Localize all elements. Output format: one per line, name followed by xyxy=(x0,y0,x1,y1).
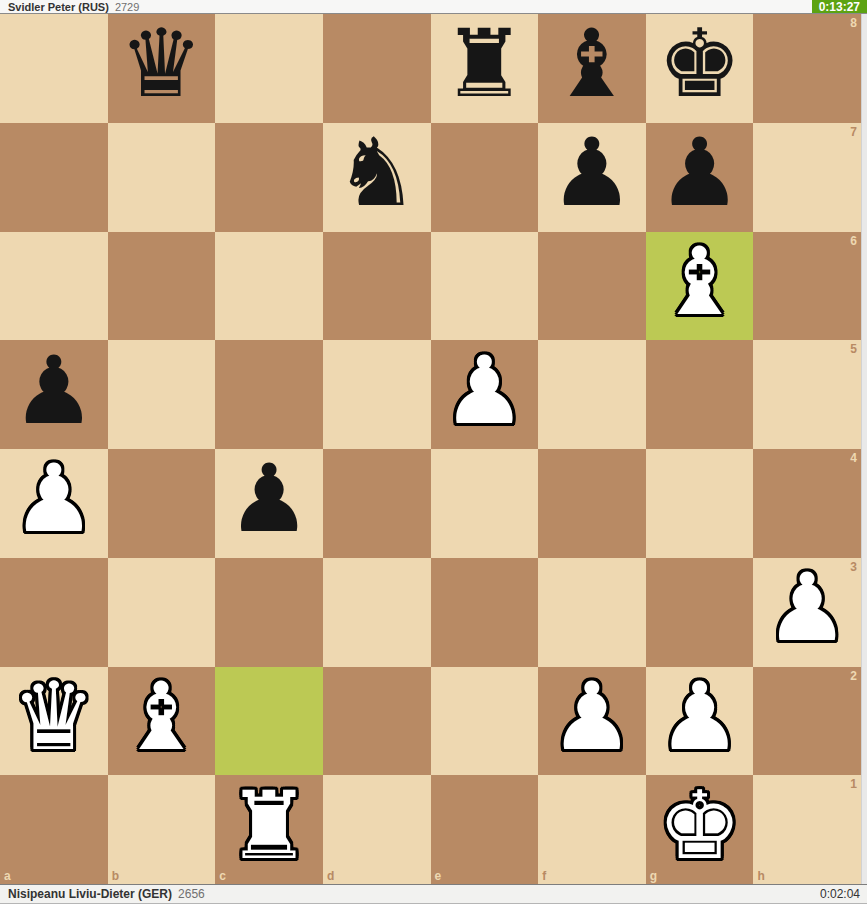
white-pawn[interactable]: ♟ xyxy=(657,670,741,764)
square-c2[interactable] xyxy=(215,667,323,776)
top-player-name: Svidler Peter (RUS) xyxy=(0,1,109,13)
square-g2[interactable]: ♟ xyxy=(646,667,754,776)
file-label-a: a xyxy=(4,870,11,882)
square-h6[interactable]: 6 xyxy=(753,232,861,341)
square-b1[interactable]: b xyxy=(108,775,216,884)
square-h4[interactable]: 4 xyxy=(753,449,861,558)
rank-label-6: 6 xyxy=(850,235,857,247)
square-e2[interactable] xyxy=(431,667,539,776)
square-d3[interactable] xyxy=(323,558,431,667)
square-c3[interactable] xyxy=(215,558,323,667)
white-bishop[interactable]: ♝ xyxy=(119,670,203,764)
square-b3[interactable] xyxy=(108,558,216,667)
square-c6[interactable] xyxy=(215,232,323,341)
square-e4[interactable] xyxy=(431,449,539,558)
rank-label-5: 5 xyxy=(850,343,857,355)
top-player-bar: Svidler Peter (RUS) 2729 0:13:27 xyxy=(0,0,867,14)
square-f2[interactable]: ♟ xyxy=(538,667,646,776)
square-a5[interactable]: ♟ xyxy=(0,340,108,449)
file-label-g: g xyxy=(650,870,657,882)
square-b5[interactable] xyxy=(108,340,216,449)
white-pawn[interactable]: ♟ xyxy=(765,561,849,655)
black-queen[interactable]: ♛ xyxy=(119,17,203,111)
square-f1[interactable]: f xyxy=(538,775,646,884)
square-g3[interactable] xyxy=(646,558,754,667)
black-king[interactable]: ♚ xyxy=(657,17,741,111)
white-rook[interactable]: ♜ xyxy=(227,779,311,873)
white-queen[interactable]: ♛ xyxy=(12,670,96,764)
square-a3[interactable] xyxy=(0,558,108,667)
square-e1[interactable]: e xyxy=(431,775,539,884)
white-king[interactable]: ♚ xyxy=(657,779,741,873)
top-player-rating: 2729 xyxy=(115,1,139,13)
square-e7[interactable] xyxy=(431,123,539,232)
bottom-player-name: Nisipeanu Liviu-Dieter (GER) xyxy=(0,887,172,901)
chess-board[interactable]: ♛♜♝♚8♞♟♟7♝6♟♟5♟♟4♟3♛♝♟♟2ab♜cdef♚g1h xyxy=(0,14,861,884)
square-h2[interactable]: 2 xyxy=(753,667,861,776)
board-area: ♛♜♝♚8♞♟♟7♝6♟♟5♟♟4♟3♛♝♟♟2ab♜cdef♚g1h xyxy=(0,14,867,884)
square-b8[interactable]: ♛ xyxy=(108,14,216,123)
rank-label-8: 8 xyxy=(850,17,857,29)
square-a2[interactable]: ♛ xyxy=(0,667,108,776)
square-d6[interactable] xyxy=(323,232,431,341)
file-label-h: h xyxy=(757,870,764,882)
square-g1[interactable]: ♚g xyxy=(646,775,754,884)
square-h7[interactable]: 7 xyxy=(753,123,861,232)
rank-label-3: 3 xyxy=(850,561,857,573)
file-label-f: f xyxy=(542,870,546,882)
square-g5[interactable] xyxy=(646,340,754,449)
square-b6[interactable] xyxy=(108,232,216,341)
black-pawn[interactable]: ♟ xyxy=(550,126,634,220)
black-pawn[interactable]: ♟ xyxy=(12,344,96,438)
file-label-b: b xyxy=(112,870,119,882)
black-bishop[interactable]: ♝ xyxy=(550,17,634,111)
rank-label-4: 4 xyxy=(850,452,857,464)
square-c7[interactable] xyxy=(215,123,323,232)
square-d8[interactable] xyxy=(323,14,431,123)
square-g4[interactable] xyxy=(646,449,754,558)
square-g8[interactable]: ♚ xyxy=(646,14,754,123)
rank-label-7: 7 xyxy=(850,126,857,138)
black-pawn[interactable]: ♟ xyxy=(227,452,311,546)
square-d5[interactable] xyxy=(323,340,431,449)
black-knight[interactable]: ♞ xyxy=(335,126,419,220)
square-f5[interactable] xyxy=(538,340,646,449)
bottom-player-clock: 0:02:04 xyxy=(813,885,867,903)
square-d2[interactable] xyxy=(323,667,431,776)
square-c1[interactable]: ♜c xyxy=(215,775,323,884)
bottom-player-bar: Nisipeanu Liviu-Dieter (GER) 2656 0:02:0… xyxy=(0,884,867,904)
square-g6[interactable]: ♝ xyxy=(646,232,754,341)
square-c5[interactable] xyxy=(215,340,323,449)
square-e6[interactable] xyxy=(431,232,539,341)
white-pawn[interactable]: ♟ xyxy=(442,344,526,438)
square-d4[interactable] xyxy=(323,449,431,558)
square-a4[interactable]: ♟ xyxy=(0,449,108,558)
square-f7[interactable]: ♟ xyxy=(538,123,646,232)
square-h5[interactable]: 5 xyxy=(753,340,861,449)
file-label-c: c xyxy=(219,870,226,882)
square-a8[interactable] xyxy=(0,14,108,123)
square-e3[interactable] xyxy=(431,558,539,667)
square-d7[interactable]: ♞ xyxy=(323,123,431,232)
white-bishop[interactable]: ♝ xyxy=(657,235,741,329)
black-pawn[interactable]: ♟ xyxy=(657,126,741,220)
square-h1[interactable]: 1h xyxy=(753,775,861,884)
square-f6[interactable] xyxy=(538,232,646,341)
square-g7[interactable]: ♟ xyxy=(646,123,754,232)
file-label-d: d xyxy=(327,870,334,882)
square-f8[interactable]: ♝ xyxy=(538,14,646,123)
square-d1[interactable]: d xyxy=(323,775,431,884)
square-a7[interactable] xyxy=(0,123,108,232)
square-h3[interactable]: ♟3 xyxy=(753,558,861,667)
file-label-e: e xyxy=(435,870,442,882)
square-h8[interactable]: 8 xyxy=(753,14,861,123)
board-right-strip xyxy=(861,14,867,884)
square-e8[interactable]: ♜ xyxy=(431,14,539,123)
square-b4[interactable] xyxy=(108,449,216,558)
square-b7[interactable] xyxy=(108,123,216,232)
black-rook[interactable]: ♜ xyxy=(442,17,526,111)
square-a1[interactable]: a xyxy=(0,775,108,884)
bottom-player-rating: 2656 xyxy=(178,887,205,901)
white-pawn[interactable]: ♟ xyxy=(12,452,96,546)
rank-label-2: 2 xyxy=(850,670,857,682)
square-b2[interactable]: ♝ xyxy=(108,667,216,776)
square-e5[interactable]: ♟ xyxy=(431,340,539,449)
top-player-clock: 0:13:27 xyxy=(812,0,867,13)
rank-label-1: 1 xyxy=(850,778,857,790)
white-pawn[interactable]: ♟ xyxy=(550,670,634,764)
square-f4[interactable] xyxy=(538,449,646,558)
square-c8[interactable] xyxy=(215,14,323,123)
square-c4[interactable]: ♟ xyxy=(215,449,323,558)
square-f3[interactable] xyxy=(538,558,646,667)
square-a6[interactable] xyxy=(0,232,108,341)
